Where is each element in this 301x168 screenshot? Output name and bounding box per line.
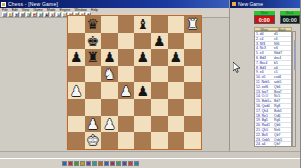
square-b1[interactable]: ♚ — [85, 132, 102, 149]
square-d1[interactable] — [118, 132, 135, 149]
white-piece-k: ♚ — [87, 132, 100, 148]
square-d5[interactable] — [118, 66, 135, 83]
square-b5[interactable] — [85, 66, 102, 83]
move-black[interactable]: Nc5 — [273, 94, 291, 98]
move-black[interactable]: b5 — [273, 61, 291, 65]
move-white[interactable]: 20. Rad1 — [255, 123, 273, 127]
move-white[interactable]: 18. Re1 — [255, 114, 273, 118]
black-clock: Black 00:00 — [280, 11, 301, 24]
square-f1[interactable] — [151, 132, 168, 149]
square-a5[interactable] — [68, 66, 85, 83]
move-black[interactable]: Qb6 — [273, 123, 291, 127]
square-d7[interactable] — [118, 33, 135, 50]
square-h7[interactable] — [184, 33, 201, 50]
square-b2[interactable]: ♟ — [85, 116, 102, 133]
move-list[interactable]: 1. d4d52. c4c63. Nf3Nf64. Nc3e65. e3Nbd7… — [254, 31, 292, 147]
mouse-cursor — [233, 62, 241, 73]
game-window: New Game White 0:00 Black 00:00 WhiteBla… — [229, 0, 300, 151]
black-piece-p: ♟ — [170, 49, 183, 65]
square-a2[interactable] — [68, 116, 85, 133]
white-clock: White 0:00 — [254, 11, 275, 24]
square-a4[interactable]: ♟ — [68, 82, 85, 99]
move-white[interactable]: 19. Bg5 — [255, 118, 273, 122]
move-white[interactable]: 16. Qxd4 — [255, 104, 273, 108]
black-piece-k: ♚ — [87, 33, 100, 49]
square-h5[interactable] — [184, 66, 201, 83]
square-b8[interactable]: ♛ — [85, 16, 102, 33]
square-b3[interactable] — [85, 99, 102, 116]
white-piece-n: ♞ — [103, 66, 116, 82]
black-piece-p: ♟ — [153, 33, 166, 49]
black-piece-r: ♜ — [87, 49, 100, 65]
square-d4[interactable]: ♟ — [118, 82, 135, 99]
chess-board: ♛♝♜♚♟♟♜♟♟♟♞♟♟♟♟♟♚ — [67, 15, 202, 150]
move-black[interactable]: c5 — [273, 70, 291, 74]
move-black[interactable]: a6 — [273, 66, 291, 70]
move-black[interactable]: Qb7 — [273, 142, 291, 146]
move-list-scrollbar[interactable] — [292, 31, 296, 147]
square-h8[interactable]: ♜ — [184, 16, 201, 33]
black-piece-p: ♟ — [136, 49, 149, 65]
taskbar-icon-6[interactable] — [92, 161, 97, 166]
open-icon[interactable]: ◧ — [8, 12, 13, 17]
move-white[interactable]: 1. d4 — [255, 32, 273, 36]
taskbar-icon-12[interactable] — [128, 161, 133, 166]
flip-board-icon[interactable]: ◆ — [38, 12, 43, 17]
square-a8[interactable] — [68, 16, 85, 33]
square-c1[interactable] — [101, 132, 118, 149]
square-b7[interactable]: ♚ — [85, 33, 102, 50]
move-black[interactable]: d5 — [273, 32, 291, 36]
square-e1[interactable] — [134, 132, 151, 149]
white-piece-p: ♟ — [103, 116, 116, 132]
taskbar-icon-9[interactable] — [110, 161, 115, 166]
square-g6[interactable]: ♟ — [168, 49, 185, 66]
taskbar-icon-10[interactable] — [116, 161, 121, 166]
move-black[interactable]: Bxg7 — [273, 90, 291, 94]
square-c5[interactable]: ♞ — [101, 66, 118, 83]
new-game-icon[interactable]: ▤ — [2, 12, 7, 17]
move-white[interactable]: 11. Nxb5 — [255, 80, 273, 84]
square-f3[interactable] — [151, 99, 168, 116]
white-clock-time: 0:00 — [254, 15, 275, 24]
game-window-title: New Game — [238, 1, 263, 7]
move-black[interactable]: dxc4 — [273, 56, 291, 60]
app-icon — [1, 2, 6, 7]
taskbar-icon-5[interactable] — [86, 161, 91, 166]
square-g3[interactable] — [168, 99, 185, 116]
taskbar-icon-13[interactable] — [134, 161, 139, 166]
taskbar-quick-launch — [62, 161, 139, 166]
black-piece-q: ♛ — [87, 16, 100, 32]
move-white[interactable]: 24. a4 — [255, 142, 273, 146]
desktop: Chess - [New Game] ▁□✕ FileEditViewGameM… — [0, 0, 300, 168]
move-black[interactable]: axb5 — [273, 80, 291, 84]
square-c8[interactable] — [101, 16, 118, 33]
print-icon[interactable]: ▦ — [20, 12, 25, 17]
square-c6[interactable]: ♟ — [101, 49, 118, 66]
square-h6[interactable] — [184, 49, 201, 66]
square-b4[interactable] — [85, 82, 102, 99]
move-white[interactable]: 6. Bd3 — [255, 56, 273, 60]
black-piece-p: ♟ — [103, 49, 116, 65]
black-piece-p: ♟ — [136, 83, 149, 99]
move-white[interactable]: 23. Qxb5 — [255, 138, 273, 142]
move-black[interactable]: Qb6 — [273, 85, 291, 89]
move-white[interactable]: 8. Bd3 — [255, 66, 273, 70]
game-window-titlebar[interactable]: New Game — [230, 0, 300, 8]
square-d3[interactable] — [118, 99, 135, 116]
paste-icon[interactable]: ◩ — [32, 12, 37, 17]
setup-position-icon[interactable]: ♟ — [44, 12, 49, 17]
move-black[interactable]: Bxb5 — [273, 109, 291, 113]
move-white[interactable]: 17. Qh4 — [255, 109, 273, 113]
square-f7[interactable]: ♟ — [151, 33, 168, 50]
status-bar — [0, 151, 300, 158]
move-black[interactable]: Rg6 — [273, 118, 291, 122]
move-white[interactable]: 7. Bxc4 — [255, 61, 273, 65]
move-white[interactable]: 21. Qh5 — [255, 128, 273, 132]
move-white[interactable]: 9. e4 — [255, 70, 273, 74]
square-e8[interactable]: ♝ — [134, 16, 151, 33]
white-piece-p: ♟ — [70, 83, 83, 99]
move-list-header-black: Black — [273, 28, 291, 30]
taskbar-icon-7[interactable] — [98, 161, 103, 166]
taskbar — [0, 158, 300, 168]
square-d8[interactable] — [118, 16, 135, 33]
square-a3[interactable] — [68, 99, 85, 116]
square-c3[interactable] — [101, 99, 118, 116]
square-g4[interactable] — [168, 82, 185, 99]
square-h1[interactable] — [184, 132, 201, 149]
square-h2[interactable] — [184, 116, 201, 133]
move-black[interactable]: Qxb5 — [273, 138, 291, 142]
square-g8[interactable] — [168, 16, 185, 33]
white-piece-p: ♟ — [87, 116, 100, 132]
square-e3[interactable] — [134, 99, 151, 116]
window-title: Chess - [New Game] — [8, 1, 58, 7]
game-window-icon — [232, 2, 236, 6]
square-b6[interactable]: ♜ — [85, 49, 102, 66]
square-f5[interactable] — [151, 66, 168, 83]
taskbar-icon-11[interactable] — [122, 161, 127, 166]
move-black[interactable]: e6 — [273, 46, 291, 50]
square-a1[interactable] — [68, 132, 85, 149]
square-h3[interactable] — [184, 99, 201, 116]
move-black[interactable]: Ne6 — [273, 128, 291, 132]
move-black[interactable]: c6 — [273, 37, 291, 41]
move-white[interactable]: 5. e3 — [255, 51, 273, 55]
scrollbar-thumb[interactable] — [294, 40, 297, 70]
black-piece-b: ♝ — [136, 16, 149, 32]
move-white[interactable]: 2. c4 — [255, 37, 273, 41]
notation-panel-empty — [0, 18, 66, 151]
square-g5[interactable] — [168, 66, 185, 83]
white-piece-p: ♟ — [120, 83, 133, 99]
square-d6[interactable] — [118, 49, 135, 66]
move-white[interactable]: 3. Nf3 — [255, 42, 273, 46]
square-a7[interactable] — [68, 33, 85, 50]
square-e7[interactable] — [134, 33, 151, 50]
black-clock-time: 00:00 — [280, 15, 301, 24]
move-black[interactable]: Nf6 — [273, 42, 291, 46]
move-white[interactable]: 15. Bxb5+ — [255, 99, 273, 103]
square-e6[interactable]: ♟ — [134, 49, 151, 66]
square-f6[interactable] — [151, 49, 168, 66]
move-white[interactable]: 4. Nc3 — [255, 46, 273, 50]
square-a6[interactable]: ♟ — [68, 49, 85, 66]
taskbar-icon-8[interactable] — [104, 161, 109, 166]
taskbar-icon-3[interactable] — [74, 161, 79, 166]
move-white[interactable]: 22. Be3 — [255, 133, 273, 137]
square-f2[interactable] — [151, 116, 168, 133]
square-e2[interactable] — [134, 116, 151, 133]
square-g1[interactable] — [168, 132, 185, 149]
engine-icon[interactable]: ● — [50, 12, 55, 17]
square-f8[interactable] — [151, 16, 168, 33]
square-g2[interactable] — [168, 116, 185, 133]
square-c4[interactable] — [101, 82, 118, 99]
move-white[interactable]: 10. e5 — [255, 75, 273, 79]
move-list-header-white: White — [255, 28, 273, 30]
taskbar-icon-1[interactable] — [62, 161, 67, 166]
move-black[interactable]: cxd4 — [273, 75, 291, 79]
square-e5[interactable] — [134, 66, 151, 83]
taskbar-icon-4[interactable] — [80, 161, 85, 166]
move-black[interactable]: Bd7 — [273, 99, 291, 103]
save-icon[interactable]: ■ — [14, 12, 19, 17]
move-white[interactable]: 13. fxg7 — [255, 90, 273, 94]
move-black[interactable]: Qd6 — [273, 114, 291, 118]
move-white[interactable]: 14. O-O — [255, 94, 273, 98]
square-c7[interactable] — [101, 33, 118, 50]
move-row-24[interactable]: 24. a4Qb7 — [255, 142, 291, 147]
copy-icon[interactable]: ◨ — [26, 12, 31, 17]
white-piece-r: ♜ — [186, 16, 199, 32]
square-e4[interactable]: ♟ — [134, 82, 151, 99]
move-black[interactable]: Nbd7 — [273, 51, 291, 55]
square-c2[interactable]: ♟ — [101, 116, 118, 133]
move-black[interactable]: Rg8 — [273, 104, 291, 108]
analysis-icon[interactable]: ▲ — [56, 12, 61, 17]
move-white[interactable]: 12. exf6 — [255, 85, 273, 89]
square-g7[interactable] — [168, 33, 185, 50]
square-h4[interactable] — [184, 82, 201, 99]
square-d2[interactable] — [118, 116, 135, 133]
taskbar-icon-2[interactable] — [68, 161, 73, 166]
move-black[interactable]: Qb7 — [273, 133, 291, 137]
square-f4[interactable] — [151, 82, 168, 99]
black-piece-p: ♟ — [70, 49, 83, 65]
